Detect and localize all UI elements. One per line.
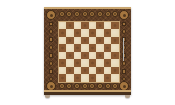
carved-motif-icon: [49, 77, 54, 82]
carved-motif-icon: [49, 53, 54, 58]
square-b1: [66, 74, 74, 82]
square-c6: [74, 37, 82, 45]
square-f5: [96, 44, 104, 52]
square-e6: [89, 37, 97, 45]
rosette-icon: [105, 83, 111, 89]
square-g7: [104, 29, 112, 37]
rosette-icon: [97, 83, 103, 89]
motif-column-right: [121, 22, 128, 82]
rosette-icon: [89, 83, 95, 89]
square-c7: [74, 29, 82, 37]
carved-motif-icon: [122, 61, 127, 66]
square-e5: [89, 44, 97, 52]
carved-motif-icon: [122, 77, 127, 82]
chess-board: [44, 7, 131, 95]
square-c8: [74, 22, 82, 30]
square-g2: [104, 67, 112, 75]
square-f3: [96, 59, 104, 67]
motif-column-left: [48, 22, 55, 82]
square-g6: [104, 37, 112, 45]
rosette-icon: [89, 11, 95, 17]
board-edge-trim-top: [44, 7, 131, 9]
carved-motif-icon: [49, 29, 54, 34]
square-d8: [81, 22, 89, 30]
rosette-icon: [112, 11, 118, 17]
square-g3: [104, 59, 112, 67]
square-e4: [89, 52, 97, 60]
square-f6: [96, 37, 104, 45]
square-c3: [74, 59, 82, 67]
rosette-icon: [105, 11, 111, 17]
rosette-icon: [112, 83, 118, 89]
square-h7: [111, 29, 119, 37]
carved-motif-icon: [49, 69, 54, 74]
square-d5: [81, 44, 89, 52]
square-d3: [81, 59, 89, 67]
carved-motif-icon: [49, 22, 54, 27]
rosette-row-bottom: [59, 83, 119, 90]
square-h1: [111, 74, 119, 82]
square-h4: [111, 52, 119, 60]
square-c2: [74, 67, 82, 75]
square-h3: [111, 59, 119, 67]
square-b8: [66, 22, 74, 30]
square-h8: [111, 22, 119, 30]
rosette-icon: [74, 11, 80, 17]
corner-medallion-icon: [46, 10, 56, 20]
rosette-icon: [59, 11, 65, 17]
square-a5: [59, 44, 67, 52]
square-c1: [74, 74, 82, 82]
square-f8: [96, 22, 104, 30]
square-e2: [89, 67, 97, 75]
playing-field: [59, 22, 119, 82]
square-h2: [111, 67, 119, 75]
square-a8: [59, 22, 67, 30]
product-photo: [0, 0, 175, 105]
square-e7: [89, 29, 97, 37]
square-a7: [59, 29, 67, 37]
square-e1: [89, 74, 97, 82]
square-b2: [66, 67, 74, 75]
square-f2: [96, 67, 104, 75]
square-g1: [104, 74, 112, 82]
square-e8: [89, 22, 97, 30]
square-d4: [81, 52, 89, 60]
square-g8: [104, 22, 112, 30]
square-e3: [89, 59, 97, 67]
square-d2: [81, 67, 89, 75]
board-foot-left: [45, 95, 50, 98]
square-a1: [59, 74, 67, 82]
rosette-icon: [97, 11, 103, 17]
square-d6: [81, 37, 89, 45]
square-g5: [104, 44, 112, 52]
clasp-hinge-line: [123, 38, 124, 61]
square-a6: [59, 37, 67, 45]
carved-motif-icon: [122, 69, 127, 74]
rosette-row-top: [59, 11, 119, 18]
board-bottom-edge: [44, 92, 131, 95]
square-h5: [111, 44, 119, 52]
board-foot-right: [125, 95, 130, 98]
carved-motif-icon: [49, 45, 54, 50]
rosette-icon: [82, 83, 88, 89]
square-f4: [96, 52, 104, 60]
square-a3: [59, 59, 67, 67]
square-a2: [59, 67, 67, 75]
square-h6: [111, 37, 119, 45]
square-b3: [66, 59, 74, 67]
square-d7: [81, 29, 89, 37]
rosette-icon: [59, 83, 65, 89]
square-b4: [66, 52, 74, 60]
square-b6: [66, 37, 74, 45]
square-c4: [74, 52, 82, 60]
square-d1: [81, 74, 89, 82]
rosette-icon: [66, 11, 72, 17]
square-a4: [59, 52, 67, 60]
rosette-icon: [82, 11, 88, 17]
carved-motif-icon: [122, 29, 127, 34]
square-c5: [74, 44, 82, 52]
square-f1: [96, 74, 104, 82]
square-g4: [104, 52, 112, 60]
square-b5: [66, 44, 74, 52]
carved-motif-icon: [49, 37, 54, 42]
square-f7: [96, 29, 104, 37]
rosette-icon: [66, 83, 72, 89]
corner-medallion-icon: [119, 10, 129, 20]
carved-motif-icon: [49, 61, 54, 66]
square-b7: [66, 29, 74, 37]
rosette-icon: [74, 83, 80, 89]
carved-motif-icon: [122, 22, 127, 27]
